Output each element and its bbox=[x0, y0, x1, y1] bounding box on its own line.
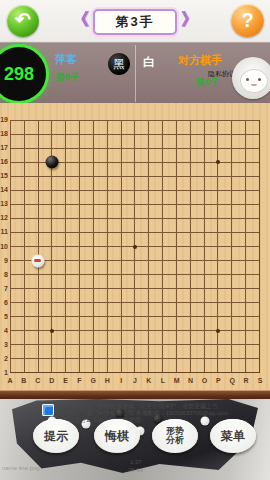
back-button[interactable]: ↶ bbox=[7, 5, 39, 37]
board-cell[interactable] bbox=[79, 302, 93, 316]
board-cell[interactable] bbox=[148, 288, 162, 302]
board-cell[interactable] bbox=[93, 148, 107, 162]
board-cell[interactable] bbox=[10, 330, 24, 344]
board-cell[interactable] bbox=[121, 204, 135, 218]
board-cell[interactable] bbox=[51, 344, 65, 358]
board-cell[interactable] bbox=[162, 344, 176, 358]
board-cell[interactable] bbox=[93, 204, 107, 218]
board-cell[interactable] bbox=[217, 232, 231, 246]
board-cell[interactable] bbox=[231, 120, 245, 134]
board-cell[interactable] bbox=[190, 288, 204, 302]
board-cell[interactable] bbox=[121, 330, 135, 344]
board-cell[interactable] bbox=[190, 134, 204, 148]
board-cell[interactable] bbox=[38, 120, 52, 134]
board-cell[interactable] bbox=[231, 218, 245, 232]
board-cell[interactable] bbox=[38, 288, 52, 302]
board-cell[interactable] bbox=[107, 330, 121, 344]
board-cell[interactable] bbox=[162, 330, 176, 344]
board-cell[interactable] bbox=[65, 232, 79, 246]
board-cell[interactable] bbox=[24, 302, 38, 316]
board-cell[interactable] bbox=[38, 316, 52, 330]
board-cell[interactable] bbox=[190, 302, 204, 316]
board-cell[interactable] bbox=[217, 176, 231, 190]
board-cell[interactable] bbox=[176, 274, 190, 288]
board-cell[interactable] bbox=[162, 204, 176, 218]
board-cell[interactable] bbox=[204, 260, 218, 274]
board-cell[interactable] bbox=[51, 204, 65, 218]
board-cell[interactable] bbox=[79, 316, 93, 330]
board-cell[interactable] bbox=[10, 274, 24, 288]
board-cell[interactable] bbox=[10, 218, 24, 232]
board-cell[interactable] bbox=[231, 316, 245, 330]
board-cell[interactable] bbox=[65, 148, 79, 162]
board-cell[interactable] bbox=[162, 176, 176, 190]
board-cell[interactable] bbox=[38, 190, 52, 204]
board-cell[interactable] bbox=[148, 302, 162, 316]
board-cell[interactable] bbox=[217, 190, 231, 204]
board-cell[interactable] bbox=[245, 120, 259, 134]
board-cell[interactable] bbox=[79, 246, 93, 260]
board-cell[interactable] bbox=[204, 344, 218, 358]
board-cell[interactable] bbox=[190, 358, 204, 372]
board-cell[interactable] bbox=[162, 162, 176, 176]
board-cell[interactable] bbox=[204, 190, 218, 204]
board-cell[interactable] bbox=[162, 288, 176, 302]
board-cell[interactable] bbox=[148, 148, 162, 162]
board-cell[interactable] bbox=[148, 260, 162, 274]
board-cell[interactable] bbox=[217, 134, 231, 148]
board-cell[interactable] bbox=[65, 120, 79, 134]
board-cell[interactable] bbox=[10, 148, 24, 162]
board-cell[interactable] bbox=[217, 302, 231, 316]
board-cell[interactable] bbox=[176, 358, 190, 372]
board-cell[interactable] bbox=[24, 134, 38, 148]
go-board[interactable]: ABCDEFGHIJKLMNOPQRS123456789101112131415… bbox=[0, 103, 270, 390]
board-cell[interactable] bbox=[121, 176, 135, 190]
board-cell[interactable] bbox=[162, 148, 176, 162]
board-cell[interactable] bbox=[204, 218, 218, 232]
board-cell[interactable] bbox=[107, 162, 121, 176]
board-cell[interactable] bbox=[134, 260, 148, 274]
board-cell[interactable] bbox=[231, 302, 245, 316]
board-cell[interactable] bbox=[176, 134, 190, 148]
board-cell[interactable] bbox=[148, 274, 162, 288]
board-cell[interactable] bbox=[176, 218, 190, 232]
board-cell[interactable] bbox=[134, 134, 148, 148]
board-cell[interactable] bbox=[204, 162, 218, 176]
board-cell[interactable] bbox=[51, 288, 65, 302]
board-cell[interactable] bbox=[121, 232, 135, 246]
board-cell[interactable] bbox=[79, 218, 93, 232]
board-cell[interactable] bbox=[121, 246, 135, 260]
board-cell[interactable] bbox=[245, 204, 259, 218]
board-cell[interactable] bbox=[24, 358, 38, 372]
board-cell[interactable] bbox=[204, 288, 218, 302]
board-cell[interactable] bbox=[204, 316, 218, 330]
board-cell[interactable] bbox=[107, 316, 121, 330]
board-cell[interactable] bbox=[51, 120, 65, 134]
board-cell[interactable] bbox=[121, 274, 135, 288]
board-cell[interactable] bbox=[162, 302, 176, 316]
board-cell[interactable] bbox=[93, 330, 107, 344]
board-cell[interactable] bbox=[134, 274, 148, 288]
board-cell[interactable] bbox=[190, 316, 204, 330]
board-cell[interactable] bbox=[190, 344, 204, 358]
board-cell[interactable] bbox=[162, 218, 176, 232]
board-cell[interactable] bbox=[24, 232, 38, 246]
board-cell[interactable] bbox=[134, 204, 148, 218]
board-cell[interactable] bbox=[10, 358, 24, 372]
board-cell[interactable] bbox=[190, 232, 204, 246]
board-cell[interactable] bbox=[24, 330, 38, 344]
board-cell[interactable] bbox=[121, 190, 135, 204]
board-cell[interactable] bbox=[121, 260, 135, 274]
board-cell[interactable] bbox=[134, 120, 148, 134]
board-cell[interactable] bbox=[93, 232, 107, 246]
board-cell[interactable] bbox=[134, 162, 148, 176]
board-cell[interactable] bbox=[93, 316, 107, 330]
board-cell[interactable] bbox=[190, 274, 204, 288]
board-cell[interactable] bbox=[65, 316, 79, 330]
board-cell[interactable] bbox=[176, 204, 190, 218]
board-cell[interactable] bbox=[217, 246, 231, 260]
board-cell[interactable] bbox=[24, 148, 38, 162]
board-cell[interactable] bbox=[65, 274, 79, 288]
board-cell[interactable] bbox=[176, 176, 190, 190]
board-cell[interactable] bbox=[79, 232, 93, 246]
undo-button[interactable]: 悔棋 bbox=[94, 419, 140, 453]
board-cell[interactable] bbox=[65, 204, 79, 218]
board-cell[interactable] bbox=[93, 162, 107, 176]
board-cell[interactable] bbox=[231, 330, 245, 344]
board-cell[interactable] bbox=[245, 246, 259, 260]
board-cell[interactable] bbox=[162, 190, 176, 204]
board-cell[interactable] bbox=[148, 120, 162, 134]
board-cell[interactable] bbox=[162, 316, 176, 330]
board-cell[interactable] bbox=[134, 316, 148, 330]
board-cell[interactable] bbox=[176, 148, 190, 162]
board-cell[interactable] bbox=[176, 120, 190, 134]
board-cell[interactable] bbox=[79, 358, 93, 372]
board-cell[interactable] bbox=[38, 204, 52, 218]
board-cell[interactable] bbox=[24, 288, 38, 302]
board-cell[interactable] bbox=[148, 316, 162, 330]
board-cell[interactable] bbox=[10, 344, 24, 358]
board-cell[interactable] bbox=[51, 260, 65, 274]
board-cell[interactable] bbox=[176, 344, 190, 358]
board-cell[interactable] bbox=[217, 162, 231, 176]
board-cell[interactable] bbox=[217, 274, 231, 288]
board-cell[interactable] bbox=[24, 316, 38, 330]
board-cell[interactable] bbox=[79, 330, 93, 344]
board-cell[interactable] bbox=[79, 120, 93, 134]
board-cell[interactable] bbox=[79, 176, 93, 190]
board-cell[interactable] bbox=[134, 232, 148, 246]
board-cell[interactable] bbox=[162, 358, 176, 372]
board-cell[interactable] bbox=[245, 302, 259, 316]
board-cell[interactable] bbox=[38, 232, 52, 246]
board-cell[interactable] bbox=[79, 148, 93, 162]
board-cell[interactable] bbox=[38, 176, 52, 190]
board-cell[interactable] bbox=[148, 218, 162, 232]
board-cell[interactable] bbox=[176, 190, 190, 204]
board-cell[interactable] bbox=[10, 162, 24, 176]
board-cell[interactable] bbox=[10, 134, 24, 148]
board-cell[interactable] bbox=[93, 134, 107, 148]
board-cell[interactable] bbox=[162, 274, 176, 288]
board-cell[interactable] bbox=[204, 134, 218, 148]
board-cell[interactable] bbox=[65, 302, 79, 316]
board-cell[interactable] bbox=[148, 232, 162, 246]
board-cell[interactable] bbox=[121, 302, 135, 316]
board-cell[interactable] bbox=[231, 246, 245, 260]
board-cell[interactable] bbox=[107, 302, 121, 316]
board-cell[interactable] bbox=[162, 120, 176, 134]
board-cell[interactable] bbox=[24, 344, 38, 358]
board-cell[interactable] bbox=[245, 344, 259, 358]
board-cell[interactable] bbox=[148, 344, 162, 358]
board-cell[interactable] bbox=[121, 344, 135, 358]
board-cell[interactable] bbox=[79, 204, 93, 218]
board-cell[interactable] bbox=[51, 232, 65, 246]
board-cell[interactable] bbox=[231, 358, 245, 372]
board-cell[interactable] bbox=[204, 246, 218, 260]
board-cell[interactable] bbox=[24, 190, 38, 204]
board-cell[interactable] bbox=[51, 358, 65, 372]
board-cell[interactable] bbox=[121, 358, 135, 372]
board-cell[interactable] bbox=[51, 330, 65, 344]
board-cell[interactable] bbox=[134, 288, 148, 302]
board-cell[interactable] bbox=[134, 148, 148, 162]
board-cell[interactable] bbox=[121, 316, 135, 330]
board-cell[interactable] bbox=[107, 358, 121, 372]
board-cell[interactable] bbox=[51, 316, 65, 330]
board-cell[interactable] bbox=[121, 148, 135, 162]
board-cell[interactable] bbox=[93, 302, 107, 316]
board-cell[interactable] bbox=[79, 260, 93, 274]
board-cell[interactable] bbox=[204, 176, 218, 190]
board-cell[interactable] bbox=[134, 176, 148, 190]
board-cell[interactable] bbox=[65, 260, 79, 274]
board-cell[interactable] bbox=[231, 134, 245, 148]
board-cell[interactable] bbox=[148, 204, 162, 218]
board-cell[interactable] bbox=[231, 260, 245, 274]
board-cell[interactable] bbox=[10, 302, 24, 316]
board-cell[interactable] bbox=[24, 176, 38, 190]
board-cell[interactable] bbox=[93, 344, 107, 358]
board-cell[interactable] bbox=[217, 358, 231, 372]
board-cell[interactable] bbox=[134, 302, 148, 316]
board-cell[interactable] bbox=[204, 148, 218, 162]
board-cell[interactable] bbox=[51, 176, 65, 190]
board-cell[interactable] bbox=[93, 120, 107, 134]
board-cell[interactable] bbox=[121, 120, 135, 134]
board-cell[interactable] bbox=[107, 344, 121, 358]
board-cell[interactable] bbox=[204, 204, 218, 218]
board-cell[interactable] bbox=[134, 344, 148, 358]
board-cell[interactable] bbox=[190, 330, 204, 344]
board-cell[interactable] bbox=[107, 288, 121, 302]
board-cell[interactable] bbox=[162, 134, 176, 148]
board-cell[interactable] bbox=[204, 302, 218, 316]
board-cell[interactable] bbox=[231, 176, 245, 190]
board-cell[interactable] bbox=[65, 190, 79, 204]
board-cell[interactable] bbox=[10, 232, 24, 246]
board-cell[interactable] bbox=[51, 190, 65, 204]
board-cell[interactable] bbox=[10, 246, 24, 260]
board-cell[interactable] bbox=[190, 260, 204, 274]
board-cell[interactable] bbox=[51, 302, 65, 316]
board-cell[interactable] bbox=[134, 218, 148, 232]
board-cell[interactable] bbox=[217, 260, 231, 274]
board-cell[interactable] bbox=[134, 246, 148, 260]
board-cell[interactable] bbox=[204, 330, 218, 344]
board-cell[interactable] bbox=[10, 204, 24, 218]
board-cell[interactable] bbox=[65, 218, 79, 232]
board-cell[interactable] bbox=[134, 358, 148, 372]
board-cell[interactable] bbox=[217, 344, 231, 358]
board-cell[interactable] bbox=[190, 176, 204, 190]
board-cell[interactable] bbox=[24, 120, 38, 134]
board-cell[interactable] bbox=[107, 260, 121, 274]
board-cell[interactable] bbox=[93, 358, 107, 372]
board-cell[interactable] bbox=[245, 330, 259, 344]
board-cell[interactable] bbox=[245, 288, 259, 302]
board-cell[interactable] bbox=[231, 204, 245, 218]
board-cell[interactable] bbox=[231, 190, 245, 204]
board-cell[interactable] bbox=[217, 218, 231, 232]
board-cell[interactable] bbox=[176, 316, 190, 330]
board-cell[interactable] bbox=[38, 134, 52, 148]
board-cell[interactable] bbox=[245, 274, 259, 288]
board-cell[interactable] bbox=[65, 358, 79, 372]
board-cell[interactable] bbox=[65, 344, 79, 358]
board-cell[interactable] bbox=[38, 274, 52, 288]
board-cell[interactable] bbox=[231, 148, 245, 162]
analysis-button[interactable]: 形势分析 bbox=[152, 419, 198, 453]
board-cell[interactable] bbox=[176, 302, 190, 316]
board-cell[interactable] bbox=[107, 246, 121, 260]
board-cell[interactable] bbox=[107, 218, 121, 232]
board-cell[interactable] bbox=[148, 162, 162, 176]
board-cell[interactable] bbox=[121, 288, 135, 302]
board-cell[interactable] bbox=[65, 330, 79, 344]
board-cell[interactable] bbox=[38, 344, 52, 358]
board-cell[interactable] bbox=[24, 204, 38, 218]
help-button[interactable]: ? bbox=[231, 4, 264, 37]
board-cell[interactable] bbox=[231, 162, 245, 176]
board-cell[interactable] bbox=[107, 134, 121, 148]
board-cell[interactable] bbox=[10, 190, 24, 204]
board-cell[interactable] bbox=[65, 288, 79, 302]
board-cell[interactable] bbox=[38, 358, 52, 372]
board-cell[interactable] bbox=[148, 246, 162, 260]
board-cell[interactable] bbox=[38, 218, 52, 232]
board-cell[interactable] bbox=[245, 316, 259, 330]
board-cell[interactable] bbox=[217, 120, 231, 134]
board-cell[interactable] bbox=[231, 274, 245, 288]
board-cell[interactable] bbox=[93, 288, 107, 302]
board-cell[interactable] bbox=[148, 176, 162, 190]
board-cell[interactable] bbox=[10, 288, 24, 302]
board-cell[interactable] bbox=[190, 246, 204, 260]
board-cell[interactable] bbox=[65, 134, 79, 148]
board-cell[interactable] bbox=[162, 260, 176, 274]
board-cell[interactable] bbox=[107, 176, 121, 190]
board-cell[interactable] bbox=[231, 232, 245, 246]
board-cell[interactable] bbox=[51, 218, 65, 232]
board-cell[interactable] bbox=[10, 176, 24, 190]
board-cell[interactable] bbox=[65, 246, 79, 260]
board-cell[interactable] bbox=[148, 358, 162, 372]
hint-button[interactable]: 提示 bbox=[33, 419, 79, 453]
board-cell[interactable] bbox=[79, 190, 93, 204]
board-cell[interactable] bbox=[65, 162, 79, 176]
board-cell[interactable] bbox=[24, 274, 38, 288]
board-cell[interactable] bbox=[204, 358, 218, 372]
board-cell[interactable] bbox=[79, 288, 93, 302]
board-cell[interactable] bbox=[79, 134, 93, 148]
board-cell[interactable] bbox=[93, 274, 107, 288]
board-cell[interactable] bbox=[217, 288, 231, 302]
board-cell[interactable] bbox=[93, 218, 107, 232]
board-cell[interactable] bbox=[245, 190, 259, 204]
board-cell[interactable] bbox=[93, 176, 107, 190]
board-cell[interactable] bbox=[79, 162, 93, 176]
board-cell[interactable] bbox=[93, 190, 107, 204]
board-cell[interactable] bbox=[24, 162, 38, 176]
board-cell[interactable] bbox=[176, 232, 190, 246]
board-cell[interactable] bbox=[107, 204, 121, 218]
board-cell[interactable] bbox=[51, 274, 65, 288]
board-cell[interactable] bbox=[24, 218, 38, 232]
board-cell[interactable] bbox=[190, 148, 204, 162]
board-cell[interactable] bbox=[176, 246, 190, 260]
board-cell[interactable] bbox=[190, 204, 204, 218]
board-cell[interactable] bbox=[148, 190, 162, 204]
board-cell[interactable] bbox=[107, 148, 121, 162]
board-cell[interactable] bbox=[231, 288, 245, 302]
board-cell[interactable] bbox=[176, 162, 190, 176]
board-cell[interactable] bbox=[162, 246, 176, 260]
board-cell[interactable] bbox=[190, 120, 204, 134]
board-cell[interactable] bbox=[245, 162, 259, 176]
board-cell[interactable] bbox=[93, 260, 107, 274]
board-cell[interactable] bbox=[38, 302, 52, 316]
board-cell[interactable] bbox=[121, 218, 135, 232]
board-cell[interactable] bbox=[79, 344, 93, 358]
board-cell[interactable] bbox=[245, 232, 259, 246]
board-cell[interactable] bbox=[10, 260, 24, 274]
board-cell[interactable] bbox=[65, 176, 79, 190]
board-cell[interactable] bbox=[217, 316, 231, 330]
board-cell[interactable] bbox=[51, 246, 65, 260]
board-cell[interactable] bbox=[176, 330, 190, 344]
board-cell[interactable] bbox=[93, 246, 107, 260]
board-cell[interactable] bbox=[10, 316, 24, 330]
board-cell[interactable] bbox=[245, 148, 259, 162]
board-cell[interactable] bbox=[245, 176, 259, 190]
board-cell[interactable] bbox=[107, 190, 121, 204]
board-cell[interactable] bbox=[51, 134, 65, 148]
board-cell[interactable] bbox=[121, 162, 135, 176]
board-cell[interactable] bbox=[190, 190, 204, 204]
board-cell[interactable] bbox=[148, 134, 162, 148]
board-cell[interactable] bbox=[190, 162, 204, 176]
board-cell[interactable] bbox=[162, 232, 176, 246]
menu-button[interactable]: 菜单 bbox=[210, 419, 256, 453]
board-cell[interactable] bbox=[107, 120, 121, 134]
